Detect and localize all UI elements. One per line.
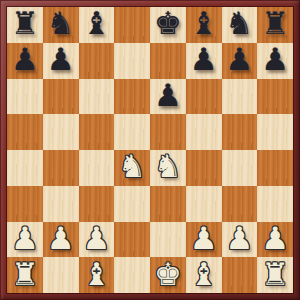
- piece-white-king: ♚: [154, 259, 182, 290]
- piece-black-rook: ♜: [11, 8, 39, 39]
- piece-white-pawn: ♟: [190, 223, 218, 254]
- square-f3[interactable]: [186, 186, 222, 222]
- square-c2[interactable]: ♟: [79, 222, 115, 258]
- square-f2[interactable]: ♟: [186, 222, 222, 258]
- square-h7[interactable]: ♟: [257, 43, 293, 79]
- piece-black-pawn: ♟: [225, 44, 253, 75]
- piece-black-pawn: ♟: [11, 44, 39, 75]
- square-h3[interactable]: [257, 186, 293, 222]
- square-g8[interactable]: ♞: [222, 7, 258, 43]
- square-g2[interactable]: ♟: [222, 222, 258, 258]
- square-d3[interactable]: [114, 186, 150, 222]
- square-e6[interactable]: ♟: [150, 79, 186, 115]
- square-c4[interactable]: [79, 150, 115, 186]
- square-g5[interactable]: [222, 114, 258, 150]
- square-b8[interactable]: ♞: [43, 7, 79, 43]
- square-e2[interactable]: [150, 222, 186, 258]
- square-e8[interactable]: ♚: [150, 7, 186, 43]
- square-f6[interactable]: [186, 79, 222, 115]
- square-g7[interactable]: ♟: [222, 43, 258, 79]
- square-b2[interactable]: ♟: [43, 222, 79, 258]
- square-g6[interactable]: [222, 79, 258, 115]
- piece-white-bishop: ♝: [190, 259, 218, 290]
- square-b7[interactable]: ♟: [43, 43, 79, 79]
- square-b3[interactable]: [43, 186, 79, 222]
- square-c3[interactable]: [79, 186, 115, 222]
- square-f4[interactable]: [186, 150, 222, 186]
- square-c7[interactable]: [79, 43, 115, 79]
- square-a8[interactable]: ♜: [7, 7, 43, 43]
- square-e5[interactable]: [150, 114, 186, 150]
- piece-black-pawn: ♟: [154, 80, 182, 111]
- piece-white-pawn: ♟: [11, 223, 39, 254]
- piece-white-pawn: ♟: [261, 223, 289, 254]
- square-a4[interactable]: [7, 150, 43, 186]
- square-d8[interactable]: [114, 7, 150, 43]
- square-f7[interactable]: ♟: [186, 43, 222, 79]
- square-g1[interactable]: [222, 257, 258, 293]
- piece-black-bishop: ♝: [82, 8, 110, 39]
- square-h6[interactable]: [257, 79, 293, 115]
- square-a2[interactable]: ♟: [7, 222, 43, 258]
- square-b1[interactable]: [43, 257, 79, 293]
- square-f8[interactable]: ♝: [186, 7, 222, 43]
- square-c6[interactable]: [79, 79, 115, 115]
- square-f1[interactable]: ♝: [186, 257, 222, 293]
- piece-black-king: ♚: [154, 8, 182, 39]
- piece-white-bishop: ♝: [82, 259, 110, 290]
- square-d5[interactable]: [114, 114, 150, 150]
- square-a7[interactable]: ♟: [7, 43, 43, 79]
- piece-black-knight: ♞: [47, 8, 75, 39]
- square-a6[interactable]: [7, 79, 43, 115]
- square-e1[interactable]: ♚: [150, 257, 186, 293]
- piece-white-rook: ♜: [261, 259, 289, 290]
- square-a3[interactable]: [7, 186, 43, 222]
- square-d6[interactable]: [114, 79, 150, 115]
- square-d4[interactable]: ♞: [114, 150, 150, 186]
- square-g4[interactable]: [222, 150, 258, 186]
- square-h1[interactable]: ♜: [257, 257, 293, 293]
- square-c5[interactable]: [79, 114, 115, 150]
- piece-black-rook: ♜: [261, 8, 289, 39]
- square-h2[interactable]: ♟: [257, 222, 293, 258]
- square-c8[interactable]: ♝: [79, 7, 115, 43]
- square-e7[interactable]: [150, 43, 186, 79]
- square-h4[interactable]: [257, 150, 293, 186]
- square-d2[interactable]: [114, 222, 150, 258]
- board-frame: ♜♞♝♚♝♞♜♟♟♟♟♟♟♞♞♟♟♟♟♟♟♜♝♚♝♜: [0, 0, 300, 300]
- piece-white-pawn: ♟: [225, 223, 253, 254]
- square-b5[interactable]: [43, 114, 79, 150]
- piece-black-bishop: ♝: [190, 8, 218, 39]
- square-c1[interactable]: ♝: [79, 257, 115, 293]
- square-d1[interactable]: [114, 257, 150, 293]
- piece-black-knight: ♞: [225, 8, 253, 39]
- chess-board: ♜♞♝♚♝♞♜♟♟♟♟♟♟♞♞♟♟♟♟♟♟♜♝♚♝♜: [7, 7, 293, 293]
- square-b6[interactable]: [43, 79, 79, 115]
- square-h8[interactable]: ♜: [257, 7, 293, 43]
- square-e3[interactable]: [150, 186, 186, 222]
- piece-white-pawn: ♟: [82, 223, 110, 254]
- square-h5[interactable]: [257, 114, 293, 150]
- piece-white-rook: ♜: [11, 259, 39, 290]
- square-e4[interactable]: ♞: [150, 150, 186, 186]
- piece-black-pawn: ♟: [190, 44, 218, 75]
- piece-black-pawn: ♟: [47, 44, 75, 75]
- square-a1[interactable]: ♜: [7, 257, 43, 293]
- square-g3[interactable]: [222, 186, 258, 222]
- square-a5[interactable]: [7, 114, 43, 150]
- piece-black-pawn: ♟: [261, 44, 289, 75]
- piece-white-knight: ♞: [154, 151, 182, 182]
- piece-white-pawn: ♟: [47, 223, 75, 254]
- piece-white-knight: ♞: [118, 151, 146, 182]
- square-b4[interactable]: [43, 150, 79, 186]
- square-d7[interactable]: [114, 43, 150, 79]
- square-f5[interactable]: [186, 114, 222, 150]
